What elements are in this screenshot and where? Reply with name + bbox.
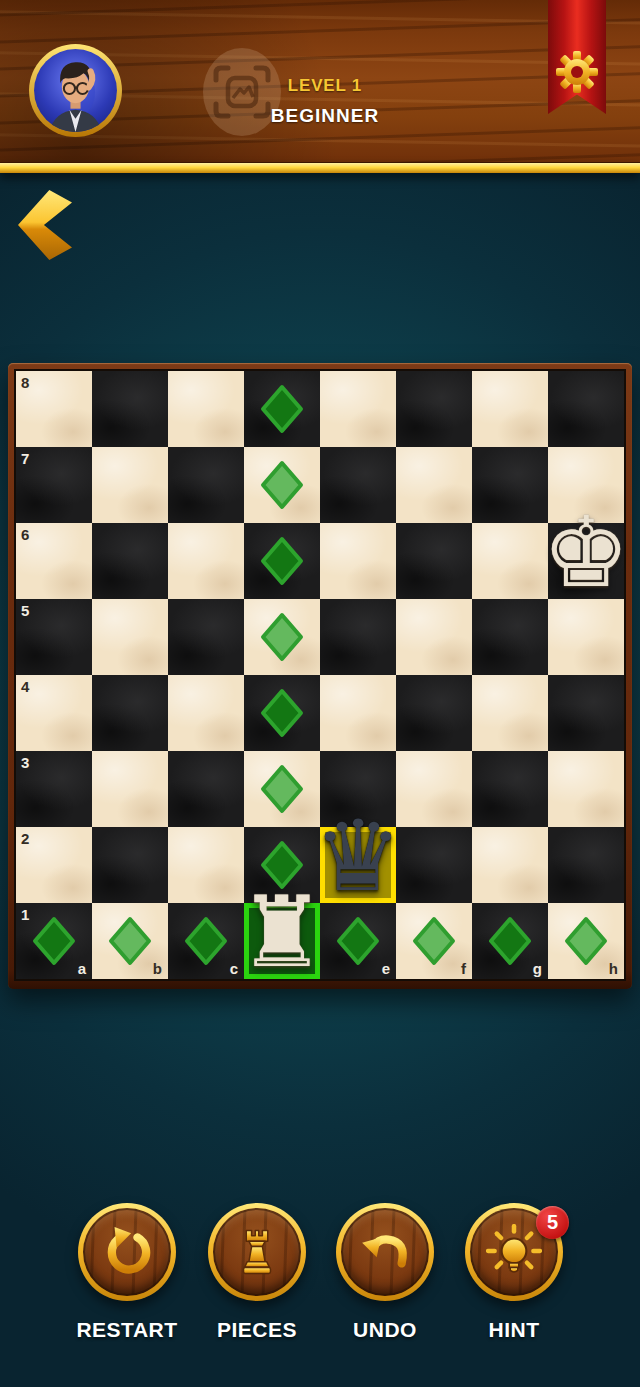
square-d4[interactable] — [244, 675, 320, 751]
square-d6[interactable] — [244, 523, 320, 599]
legal-move-marker[interactable] — [260, 536, 304, 586]
white-king-piece[interactable]: ♚ — [542, 507, 630, 597]
square-g6[interactable] — [472, 523, 548, 599]
square-a1[interactable]: 1a — [16, 903, 92, 979]
square-h6[interactable]: ♚ — [548, 523, 624, 599]
square-f6[interactable] — [396, 523, 472, 599]
file-label-a: a — [78, 960, 86, 977]
rank-label-4: 4 — [21, 678, 29, 695]
rank-label-6: 6 — [21, 526, 29, 543]
square-g2[interactable] — [472, 827, 548, 903]
square-c3[interactable] — [168, 751, 244, 827]
square-c5[interactable] — [168, 599, 244, 675]
legal-move-marker[interactable] — [564, 916, 608, 966]
square-c7[interactable] — [168, 447, 244, 523]
square-a3[interactable]: 3 — [16, 751, 92, 827]
square-e4[interactable] — [320, 675, 396, 751]
square-g5[interactable] — [472, 599, 548, 675]
square-a7[interactable]: 7 — [16, 447, 92, 523]
file-label-c: c — [230, 960, 238, 977]
square-b8[interactable] — [92, 371, 168, 447]
settings-button[interactable] — [548, 0, 606, 114]
square-g7[interactable] — [472, 447, 548, 523]
square-b4[interactable] — [92, 675, 168, 751]
square-f3[interactable] — [396, 751, 472, 827]
file-label-h: h — [609, 960, 618, 977]
rank-label-3: 3 — [21, 754, 29, 771]
legal-move-marker[interactable] — [32, 916, 76, 966]
file-label-b: b — [153, 960, 162, 977]
black-queen-piece[interactable]: ♛ — [314, 811, 402, 901]
legal-move-marker[interactable] — [260, 764, 304, 814]
square-a4[interactable]: 4 — [16, 675, 92, 751]
square-c4[interactable] — [168, 675, 244, 751]
square-h8[interactable] — [548, 371, 624, 447]
top-header-bar: LEVEL 1 BEGINNER — [0, 0, 640, 162]
square-e2[interactable]: ♛ — [320, 827, 396, 903]
gear-icon — [555, 50, 599, 94]
board-frame: 876♚5432♛1abcd♜efgh — [8, 363, 632, 989]
legal-move-marker[interactable] — [108, 916, 152, 966]
square-g3[interactable] — [472, 751, 548, 827]
square-d1[interactable]: d♜ — [244, 903, 320, 979]
square-e6[interactable] — [320, 523, 396, 599]
square-e8[interactable] — [320, 371, 396, 447]
restart-icon — [100, 1225, 154, 1279]
square-a6[interactable]: 6 — [16, 523, 92, 599]
rook-icon — [229, 1224, 285, 1280]
square-b7[interactable] — [92, 447, 168, 523]
legal-move-marker[interactable] — [488, 916, 532, 966]
square-e1[interactable]: e — [320, 903, 396, 979]
square-g1[interactable]: g — [472, 903, 548, 979]
square-f1[interactable]: f — [396, 903, 472, 979]
legal-move-marker[interactable] — [184, 916, 228, 966]
rank-label-7: 7 — [21, 450, 29, 467]
avatar[interactable] — [28, 43, 123, 138]
restart-label: RESTART — [52, 1318, 202, 1342]
rank-label-5: 5 — [21, 602, 29, 619]
square-d3[interactable] — [244, 751, 320, 827]
square-b2[interactable] — [92, 827, 168, 903]
file-label-e: e — [382, 960, 390, 977]
square-b3[interactable] — [92, 751, 168, 827]
file-label-f: f — [461, 960, 466, 977]
hint-label: HINT — [439, 1318, 589, 1342]
square-b6[interactable] — [92, 523, 168, 599]
level-info: LEVEL 1 BEGINNER — [250, 76, 400, 127]
square-g4[interactable] — [472, 675, 548, 751]
legal-move-marker[interactable] — [260, 460, 304, 510]
level-title: LEVEL 1 — [250, 76, 400, 96]
back-button[interactable] — [18, 190, 72, 260]
square-a5[interactable]: 5 — [16, 599, 92, 675]
square-c8[interactable] — [168, 371, 244, 447]
square-b1[interactable]: b — [92, 903, 168, 979]
header-gold-divider — [0, 162, 640, 173]
square-h1[interactable]: h — [548, 903, 624, 979]
square-f5[interactable] — [396, 599, 472, 675]
rank-label-2: 2 — [21, 830, 29, 847]
square-b5[interactable] — [92, 599, 168, 675]
square-d7[interactable] — [244, 447, 320, 523]
lightbulb-icon — [486, 1224, 542, 1280]
square-a8[interactable]: 8 — [16, 371, 92, 447]
square-d8[interactable] — [244, 371, 320, 447]
restart-button[interactable] — [78, 1203, 176, 1301]
pieces-button[interactable] — [208, 1203, 306, 1301]
square-h3[interactable] — [548, 751, 624, 827]
square-g8[interactable] — [472, 371, 548, 447]
square-h4[interactable] — [548, 675, 624, 751]
file-label-g: g — [533, 960, 542, 977]
square-h2[interactable] — [548, 827, 624, 903]
rank-label-8: 8 — [21, 374, 29, 391]
legal-move-marker[interactable] — [260, 612, 304, 662]
square-f2[interactable] — [396, 827, 472, 903]
legal-move-marker[interactable] — [260, 384, 304, 434]
square-a2[interactable]: 2 — [16, 827, 92, 903]
square-c1[interactable]: c — [168, 903, 244, 979]
square-e7[interactable] — [320, 447, 396, 523]
level-subtitle: BEGINNER — [250, 105, 400, 127]
player-avatar-icon — [28, 43, 123, 138]
rank-label-1: 1 — [21, 906, 29, 923]
square-f4[interactable] — [396, 675, 472, 751]
undo-button[interactable] — [336, 1203, 434, 1301]
legal-move-marker[interactable] — [260, 688, 304, 738]
hint-count-badge: 5 — [536, 1206, 569, 1239]
legal-move-marker[interactable] — [336, 916, 380, 966]
square-h5[interactable] — [548, 599, 624, 675]
square-c2[interactable] — [168, 827, 244, 903]
square-f7[interactable] — [396, 447, 472, 523]
white-rook-piece[interactable]: ♜ — [238, 887, 326, 977]
undo-label: UNDO — [310, 1318, 460, 1342]
square-f8[interactable] — [396, 371, 472, 447]
legal-move-marker[interactable] — [412, 916, 456, 966]
square-e5[interactable] — [320, 599, 396, 675]
square-d5[interactable] — [244, 599, 320, 675]
undo-arrow-icon — [358, 1225, 412, 1279]
chess-board: 876♚5432♛1abcd♜efgh — [16, 371, 624, 979]
square-c6[interactable] — [168, 523, 244, 599]
